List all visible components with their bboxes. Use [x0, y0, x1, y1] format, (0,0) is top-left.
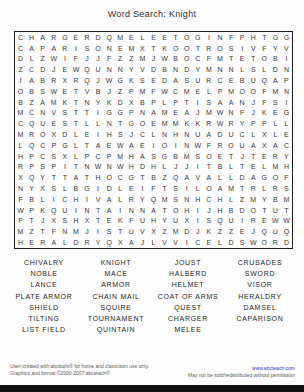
grid-cell: M — [281, 194, 292, 205]
grid-cell: O — [181, 43, 192, 54]
grid-cell: A — [126, 237, 137, 248]
grid-cell: C — [15, 32, 26, 43]
grid-cell: D — [226, 237, 237, 248]
grid-cell: C — [192, 237, 203, 248]
grid-cell: T — [226, 151, 237, 162]
grid-cell: E — [248, 162, 259, 173]
grid-cell: O — [137, 118, 148, 129]
grid-cell: N — [181, 194, 192, 205]
grid-cell: B — [137, 97, 148, 108]
grid-cell: J — [81, 226, 92, 237]
grid-cell: T — [259, 32, 270, 43]
grid-cell: T — [226, 54, 237, 65]
grid-cell: E — [192, 86, 203, 97]
word-item: CHARGER — [152, 313, 224, 324]
grid-cell: F — [148, 86, 159, 97]
grid-cell: L — [270, 129, 281, 140]
grid-cell: W — [115, 140, 126, 151]
grid-cell: R — [48, 32, 59, 43]
grid-cell: D — [70, 237, 81, 248]
grid-cell: Q — [104, 32, 115, 43]
grid-cell: U — [270, 226, 281, 237]
grid-cell: B — [93, 86, 104, 97]
grid-cell: I — [59, 162, 70, 173]
grid-cell: J — [203, 205, 214, 216]
grid-cell: O — [203, 183, 214, 194]
grid-cell: U — [170, 216, 181, 227]
grid-cell: P — [26, 205, 37, 216]
grid-cell: Z — [37, 54, 48, 65]
grid-cell: I — [237, 43, 248, 54]
grid-cell: R — [203, 118, 214, 129]
grid-cell: H — [181, 205, 192, 216]
grid-cell: L — [26, 54, 37, 65]
grid-cell: X — [59, 151, 70, 162]
word-item: SWORD — [224, 268, 296, 279]
grid-cell: G — [104, 108, 115, 119]
grid-cell: I — [192, 97, 203, 108]
footer-left-line2: Graphics and format ©2000-2007 abcteach® — [10, 370, 149, 377]
grid-cell: O — [214, 43, 225, 54]
grid-cell: L — [259, 183, 270, 194]
grid-cell: R — [226, 118, 237, 129]
grid-cell: Z — [115, 54, 126, 65]
grid-cell: S — [270, 97, 281, 108]
grid-cell: H — [214, 194, 225, 205]
grid-cell: W — [115, 162, 126, 173]
grid-cell: W — [93, 162, 104, 173]
grid-cell: M — [248, 194, 259, 205]
word-item: DAMSEL — [224, 302, 296, 313]
grid-cell: D — [237, 205, 248, 216]
grid-cell: K — [59, 97, 70, 108]
grid-cell: O — [104, 172, 115, 183]
grid-cell: C — [15, 43, 26, 54]
grid-cell: X — [259, 129, 270, 140]
grid-cell: F — [126, 216, 137, 227]
grid-cell: V — [170, 237, 181, 248]
grid-cell: H — [70, 194, 81, 205]
grid-cell: N — [59, 226, 70, 237]
grid-cell: I — [81, 194, 92, 205]
grid-cell: S — [37, 162, 48, 173]
grid-cell: P — [170, 97, 181, 108]
grid-cell: B — [70, 183, 81, 194]
grid-cell: J — [237, 151, 248, 162]
grid-cell: H — [104, 129, 115, 140]
grid-cell: Y — [192, 64, 203, 75]
grid-cell: B — [148, 172, 159, 183]
grid-cell: C — [192, 54, 203, 65]
grid-cell: R — [203, 43, 214, 54]
grid-cell: A — [93, 140, 104, 151]
grid-cell: A — [148, 205, 159, 216]
grid-cell: A — [270, 140, 281, 151]
grid-cell: U — [137, 216, 148, 227]
grid-cell: Y — [93, 237, 104, 248]
grid-cell: H — [70, 216, 81, 227]
grid-cell: B — [270, 194, 281, 205]
grid-cell: N — [181, 129, 192, 140]
grid-cell: X — [126, 97, 137, 108]
grid-cell: R — [214, 140, 225, 151]
grid-cell: A — [26, 75, 37, 86]
grid-cell: Q — [26, 172, 37, 183]
grid-cell: M — [226, 183, 237, 194]
grid-cell: A — [70, 172, 81, 183]
grid-cell: E — [226, 75, 237, 86]
word-item: PLATE ARMOR — [8, 291, 80, 302]
grid-cell: X — [15, 172, 26, 183]
grid-cell: Z — [237, 194, 248, 205]
grid-cell: R — [15, 162, 26, 173]
grid-cell: S — [37, 86, 48, 97]
grid-cell: M — [181, 151, 192, 162]
grid-cell: C — [37, 140, 48, 151]
grid-cell: R — [70, 75, 81, 86]
grid-cell: B — [270, 54, 281, 65]
grid-cell: Y — [270, 43, 281, 54]
grid-cell: P — [104, 151, 115, 162]
grid-cell: F — [15, 194, 26, 205]
worksheet: Word Search: Knight CHARGERDQMELEETOGINF… — [0, 0, 304, 392]
grid-cell: I — [70, 43, 81, 54]
grid-cell: M — [137, 86, 148, 97]
grid-cell: M — [203, 108, 214, 119]
grid-cell: I — [15, 75, 26, 86]
grid-cell: S — [170, 194, 181, 205]
grid-cell: G — [281, 32, 292, 43]
grid-cell: R — [270, 237, 281, 248]
grid-cell: L — [70, 129, 81, 140]
grid-cell: N — [281, 64, 292, 75]
grid-cell: C — [281, 140, 292, 151]
grid-cell: C — [214, 75, 225, 86]
grid-cell: N — [37, 108, 48, 119]
grid-cell: C — [203, 194, 214, 205]
grid-cell: C — [137, 129, 148, 140]
grid-cell: E — [26, 237, 37, 248]
word-item: HELMET — [152, 279, 224, 290]
word-item: QUEST — [152, 302, 224, 313]
grid-cell: J — [37, 216, 48, 227]
grid-cell: U — [270, 205, 281, 216]
grid-cell: J — [93, 75, 104, 86]
grid-cell: D — [270, 64, 281, 75]
grid-cell: E — [126, 183, 137, 194]
grid-cell: X — [37, 183, 48, 194]
grid-cell: E — [59, 64, 70, 75]
grid-cell: M — [181, 86, 192, 97]
grid-cell: M — [70, 226, 81, 237]
grid-cell: M — [48, 97, 59, 108]
word-item: LANCE — [8, 279, 80, 290]
grid-cell: O — [93, 43, 104, 54]
grid-cell: I — [170, 140, 181, 151]
grid-cell: T — [48, 172, 59, 183]
grid-cell: W — [270, 216, 281, 227]
grid-cell: H — [214, 205, 225, 216]
grid-cell: X — [181, 216, 192, 227]
grid-cell: J — [248, 108, 259, 119]
grid-cell: P — [248, 118, 259, 129]
grid-cell: B — [159, 64, 170, 75]
word-item: NOBLE — [8, 268, 80, 279]
grid-cell: M — [15, 129, 26, 140]
grid-cell: P — [281, 75, 292, 86]
grid-cell: N — [81, 162, 92, 173]
grid-cell: G — [126, 172, 137, 183]
grid-cell: W — [159, 54, 170, 65]
grid-cell: M — [115, 32, 126, 43]
grid-cell: O — [226, 140, 237, 151]
grid-cell: R — [81, 32, 92, 43]
grid-cell: F — [203, 54, 214, 65]
grid-cell: G — [81, 183, 92, 194]
grid-cell: Q — [26, 140, 37, 151]
grid-cell: A — [26, 43, 37, 54]
puzzle-title: Word Search: Knight — [0, 9, 304, 19]
grid-cell: W — [214, 118, 225, 129]
grid-cell: N — [81, 205, 92, 216]
grid-cell: Z — [226, 226, 237, 237]
grid-cell: H — [15, 151, 26, 162]
grid-cell: U — [192, 75, 203, 86]
grid-cell: X — [137, 43, 148, 54]
grid-cell: R — [48, 75, 59, 86]
grid-cell: W — [248, 237, 259, 248]
grid-cell: E — [237, 54, 248, 65]
grid-cell: T — [237, 162, 248, 173]
grid-cell: P — [37, 43, 48, 54]
grid-cell: N — [226, 108, 237, 119]
grid-cell: P — [48, 162, 59, 173]
word-item: SQUIRE — [80, 302, 152, 313]
grid-cell: T — [81, 172, 92, 183]
grid-cell: S — [203, 97, 214, 108]
grid-cell: J — [248, 97, 259, 108]
grid-cell: H — [192, 194, 203, 205]
grid-cell: E — [259, 151, 270, 162]
grid-cell: L — [148, 129, 159, 140]
grid-cell: A — [226, 97, 237, 108]
grid-cell: W — [192, 140, 203, 151]
grid-cell: T — [81, 140, 92, 151]
grid-cell: F — [70, 54, 81, 65]
grid-cell: X — [115, 237, 126, 248]
grid-cell: M — [270, 86, 281, 97]
grid-cell: F — [259, 43, 270, 54]
grid-cell: X — [148, 226, 159, 237]
grid-cell: A — [137, 151, 148, 162]
grid-cell: U — [37, 118, 48, 129]
grid-cell: K — [259, 108, 270, 119]
grid-cell: S — [48, 151, 59, 162]
grid-cell: U — [248, 75, 259, 86]
grid-cell: Q — [104, 237, 115, 248]
grid-cell: Q — [148, 194, 159, 205]
grid-cell: T — [203, 162, 214, 173]
grid-cell: A — [170, 75, 181, 86]
grid-cell: D — [115, 97, 126, 108]
grid-cell: F — [281, 172, 292, 183]
grid-cell: N — [281, 86, 292, 97]
word-item: HALBERD — [152, 268, 224, 279]
grid-cell: E — [70, 32, 81, 43]
word-item: HERALDRY — [224, 291, 296, 302]
grid-cell: S — [59, 118, 70, 129]
grid-cell: N — [226, 64, 237, 75]
grid-cell: O — [181, 32, 192, 43]
grid-cell: A — [48, 237, 59, 248]
grid-cell: M — [226, 86, 237, 97]
grid-cell: L — [37, 194, 48, 205]
grid-cell: B — [237, 75, 248, 86]
grid-cell: T — [159, 205, 170, 216]
grid-cell: K — [115, 216, 126, 227]
grid-cell: H — [126, 151, 137, 162]
grid-cell: P — [26, 151, 37, 162]
grid-cell: F — [237, 108, 248, 119]
grid-cell: T — [93, 205, 104, 216]
grid-cell: T — [281, 205, 292, 216]
grid-cell: A — [148, 108, 159, 119]
grid-cell: Q — [281, 226, 292, 237]
grid-cell: Z — [126, 54, 137, 65]
grid-cell: S — [148, 151, 159, 162]
word-item-empty — [224, 324, 296, 335]
grid-cell: L — [237, 64, 248, 75]
grid-cell: L — [59, 237, 70, 248]
grid-cell: W — [48, 86, 59, 97]
word-item: COAT OF ARMS — [152, 291, 224, 302]
grid-cell: J — [93, 54, 104, 65]
grid-cell: L — [115, 194, 126, 205]
grid-cell: T — [70, 118, 81, 129]
word-item: JOUST — [152, 257, 224, 268]
grid-cell: V — [248, 43, 259, 54]
grid-cell: Y — [159, 216, 170, 227]
grid-cell: N — [104, 64, 115, 75]
grid-cell: D — [104, 183, 115, 194]
grid-cell: Q — [170, 172, 181, 183]
grid-cell: Q — [26, 118, 37, 129]
grid-cell: H — [15, 237, 26, 248]
grid-cell: I — [137, 183, 148, 194]
grid-cell: G — [159, 151, 170, 162]
grid-cell: W — [159, 86, 170, 97]
grid-cell: H — [26, 32, 37, 43]
word-item: LIST FIELD — [8, 324, 80, 335]
grid-cell: N — [237, 97, 248, 108]
grid-cell: E — [214, 151, 225, 162]
grid-cell: X — [48, 129, 59, 140]
grid-cell: T — [70, 86, 81, 97]
grid-cell: H — [148, 162, 159, 173]
grid-cell: K — [104, 97, 115, 108]
grid-cell: S — [81, 43, 92, 54]
grid-cell: S — [104, 226, 115, 237]
grid-cell: H — [170, 129, 181, 140]
grid-cell: G — [59, 32, 70, 43]
grid-cell: C — [15, 118, 26, 129]
word-item: QUINTAIN — [80, 324, 152, 335]
grid-cell: S — [248, 64, 259, 75]
grid-cell: B — [26, 86, 37, 97]
grid-cell: P — [48, 140, 59, 151]
grid-cell: D — [237, 172, 248, 183]
grid-cell: A — [37, 97, 48, 108]
grid-cell: J — [248, 226, 259, 237]
grid-cell: L — [70, 140, 81, 151]
grid-cell: C — [170, 86, 181, 97]
grid-cell: N — [104, 118, 115, 129]
grid-cell: I — [281, 54, 292, 65]
grid-cell: I — [181, 237, 192, 248]
grid-cell: A — [203, 172, 214, 183]
grid-cell: H — [126, 162, 137, 173]
grid-cell: U — [59, 205, 70, 216]
grid-cell: O — [181, 54, 192, 65]
grid-cell: T — [93, 216, 104, 227]
grid-cell: P — [259, 118, 270, 129]
grid-cell: J — [181, 162, 192, 173]
grid-cell: S — [48, 183, 59, 194]
grid-cell: Q — [259, 75, 270, 86]
grid-cell: I — [148, 140, 159, 151]
grid-cell: L — [93, 118, 104, 129]
grid-cell: D — [148, 64, 159, 75]
grid-cell: P — [148, 97, 159, 108]
footer-right-line2: May not be sold/redistributed without pe… — [188, 372, 295, 379]
grid-cell: E — [104, 216, 115, 227]
grid-cell: O — [259, 237, 270, 248]
grid-cell: L — [281, 118, 292, 129]
grid-cell: B — [26, 194, 37, 205]
grid-cell: N — [214, 32, 225, 43]
word-item: MELEE — [152, 324, 224, 335]
grid-cell: E — [104, 140, 115, 151]
grid-cell: Y — [137, 194, 148, 205]
grid-cell: G — [259, 172, 270, 183]
grid-cell: E — [237, 226, 248, 237]
grid-cell: M — [159, 118, 170, 129]
grid-cell: Q — [81, 64, 92, 75]
grid-cell: T — [70, 97, 81, 108]
grid-cell: M — [159, 194, 170, 205]
grid-cell: F — [48, 226, 59, 237]
grid-cell: E — [59, 86, 70, 97]
footer-left: User-created with abctools® for home and… — [10, 363, 149, 376]
grid-cell: V — [81, 86, 92, 97]
grid-cell: O — [170, 43, 181, 54]
grid-cell: U — [226, 216, 237, 227]
grid-cell: U — [226, 129, 237, 140]
grid-cell: W — [104, 75, 115, 86]
grid-cell: L — [259, 64, 270, 75]
grid-cell: R — [81, 237, 92, 248]
grid-cell: N — [181, 140, 192, 151]
grid-cell: M — [15, 108, 26, 119]
grid-cell: X — [48, 216, 59, 227]
grid-cell: V — [137, 64, 148, 75]
grid-cell: F — [259, 86, 270, 97]
grid-cell: Y — [281, 151, 292, 162]
grid-cell: L — [115, 183, 126, 194]
grid-cell: P — [126, 108, 137, 119]
grid-cell: V — [159, 237, 170, 248]
grid-cell: B — [37, 75, 48, 86]
